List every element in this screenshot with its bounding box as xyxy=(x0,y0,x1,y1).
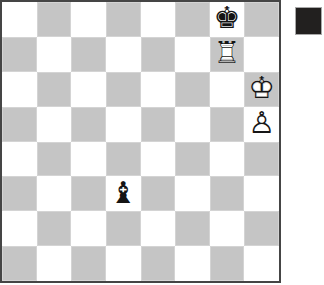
square-h1[interactable] xyxy=(244,246,279,281)
square-a2[interactable] xyxy=(2,211,37,246)
chess-board: ♚♜♖♚♔♟♙♝ xyxy=(0,0,281,283)
white-rook-glyph: ♖ xyxy=(210,39,245,69)
square-c3[interactable] xyxy=(71,176,106,211)
black-king-glyph: ♚ xyxy=(210,4,245,34)
square-d7[interactable] xyxy=(106,37,141,72)
square-h2[interactable] xyxy=(244,211,279,246)
square-f5[interactable] xyxy=(175,107,210,142)
square-f6[interactable] xyxy=(175,72,210,107)
square-e3[interactable] xyxy=(141,176,176,211)
square-b1[interactable] xyxy=(37,246,72,281)
square-h5[interactable]: ♟♙ xyxy=(244,107,279,142)
chess-diagram: ♚♜♖♚♔♟♙♝ xyxy=(0,0,324,285)
square-c7[interactable] xyxy=(71,37,106,72)
square-d4[interactable] xyxy=(106,142,141,177)
square-g7[interactable]: ♜♖ xyxy=(210,37,245,72)
black-bishop[interactable]: ♝ xyxy=(106,176,141,211)
white-rook[interactable]: ♜♖ xyxy=(210,37,245,72)
square-d8[interactable] xyxy=(106,2,141,37)
square-a1[interactable] xyxy=(2,246,37,281)
square-b4[interactable] xyxy=(37,142,72,177)
square-h6[interactable]: ♚♔ xyxy=(244,72,279,107)
square-c1[interactable] xyxy=(71,246,106,281)
square-a7[interactable] xyxy=(2,37,37,72)
square-a3[interactable] xyxy=(2,176,37,211)
square-g8[interactable]: ♚ xyxy=(210,2,245,37)
white-king[interactable]: ♚♔ xyxy=(244,72,279,107)
square-g2[interactable] xyxy=(210,211,245,246)
black-bishop-glyph: ♝ xyxy=(106,178,141,208)
square-b5[interactable] xyxy=(37,107,72,142)
square-f2[interactable] xyxy=(175,211,210,246)
square-h8[interactable] xyxy=(244,2,279,37)
square-c4[interactable] xyxy=(71,142,106,177)
square-h7[interactable] xyxy=(244,37,279,72)
square-f4[interactable] xyxy=(175,142,210,177)
black-king[interactable]: ♚ xyxy=(210,2,245,37)
square-a5[interactable] xyxy=(2,107,37,142)
square-a8[interactable] xyxy=(2,2,37,37)
square-b6[interactable] xyxy=(37,72,72,107)
square-c2[interactable] xyxy=(71,211,106,246)
square-d1[interactable] xyxy=(106,246,141,281)
square-d5[interactable] xyxy=(106,107,141,142)
square-c5[interactable] xyxy=(71,107,106,142)
square-e8[interactable] xyxy=(141,2,176,37)
square-c6[interactable] xyxy=(71,72,106,107)
square-c8[interactable] xyxy=(71,2,106,37)
square-e1[interactable] xyxy=(141,246,176,281)
square-e4[interactable] xyxy=(141,142,176,177)
square-a4[interactable] xyxy=(2,142,37,177)
square-e2[interactable] xyxy=(141,211,176,246)
square-g5[interactable] xyxy=(210,107,245,142)
square-d6[interactable] xyxy=(106,72,141,107)
square-b7[interactable] xyxy=(37,37,72,72)
side-to-move-indicator xyxy=(295,7,322,35)
square-f3[interactable] xyxy=(175,176,210,211)
white-pawn[interactable]: ♟♙ xyxy=(244,107,279,142)
square-g6[interactable] xyxy=(210,72,245,107)
square-h4[interactable] xyxy=(244,142,279,177)
square-g1[interactable] xyxy=(210,246,245,281)
square-g4[interactable] xyxy=(210,142,245,177)
square-e5[interactable] xyxy=(141,107,176,142)
square-h3[interactable] xyxy=(244,176,279,211)
square-d3[interactable]: ♝ xyxy=(106,176,141,211)
square-b2[interactable] xyxy=(37,211,72,246)
square-f8[interactable] xyxy=(175,2,210,37)
square-f1[interactable] xyxy=(175,246,210,281)
square-a6[interactable] xyxy=(2,72,37,107)
square-e6[interactable] xyxy=(141,72,176,107)
white-king-glyph: ♔ xyxy=(244,74,279,104)
white-pawn-glyph: ♙ xyxy=(244,108,279,138)
square-e7[interactable] xyxy=(141,37,176,72)
square-b8[interactable] xyxy=(37,2,72,37)
square-b3[interactable] xyxy=(37,176,72,211)
square-g3[interactable] xyxy=(210,176,245,211)
square-f7[interactable] xyxy=(175,37,210,72)
square-d2[interactable] xyxy=(106,211,141,246)
